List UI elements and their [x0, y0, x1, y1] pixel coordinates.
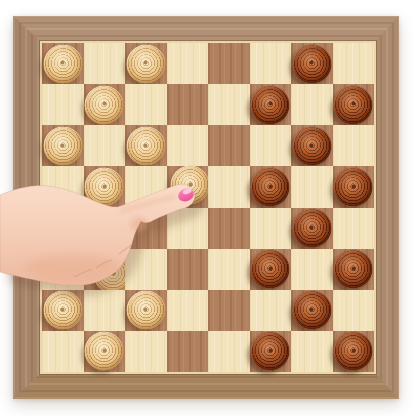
photo-canvas — [0, 0, 416, 416]
hand-shading-lower — [24, 254, 120, 280]
hand — [0, 0, 416, 416]
knuckle-shading — [130, 217, 148, 231]
